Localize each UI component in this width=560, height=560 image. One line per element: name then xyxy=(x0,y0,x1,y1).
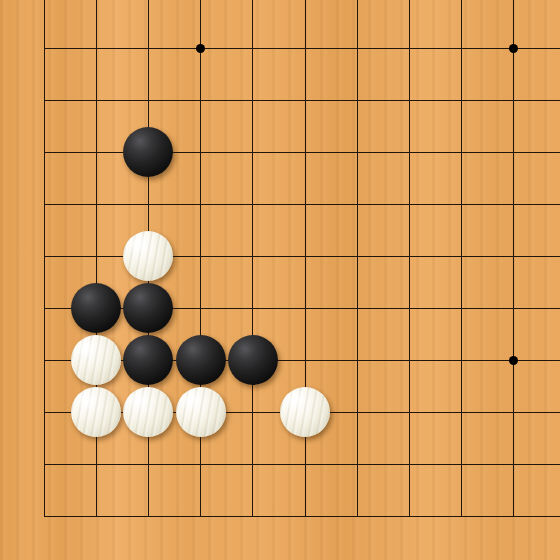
goban-wood-surface xyxy=(0,0,560,560)
grid-line-vertical xyxy=(461,0,462,517)
grid-line-horizontal xyxy=(44,152,560,153)
grid-line-vertical xyxy=(357,0,358,517)
grid-line-vertical xyxy=(96,0,97,517)
grid-line-vertical xyxy=(44,0,45,517)
grid-line-vertical xyxy=(305,0,306,517)
grid-line-vertical xyxy=(252,0,253,517)
black-stone-E4[interactable] xyxy=(228,335,278,385)
grid-line-horizontal xyxy=(44,48,560,49)
grid-line-horizontal xyxy=(44,516,560,517)
screenshot xyxy=(0,0,560,560)
grid-line-horizontal xyxy=(44,204,560,205)
star-point-D10 xyxy=(196,44,205,53)
white-stone-F3[interactable] xyxy=(280,387,330,437)
grid-line-horizontal xyxy=(44,100,560,101)
grid-line-horizontal xyxy=(44,256,560,257)
grid-line-vertical xyxy=(409,0,410,517)
grid-line-vertical xyxy=(513,0,514,517)
white-stone-B3[interactable] xyxy=(71,387,121,437)
white-stone-B4[interactable] xyxy=(71,335,121,385)
grid-line-vertical xyxy=(200,0,201,517)
black-stone-B5[interactable] xyxy=(71,283,121,333)
black-stone-D4[interactable] xyxy=(176,335,226,385)
white-stone-D3[interactable] xyxy=(176,387,226,437)
star-point-K4 xyxy=(509,356,518,365)
star-point-K10 xyxy=(509,44,518,53)
grid-line-horizontal xyxy=(44,464,560,465)
